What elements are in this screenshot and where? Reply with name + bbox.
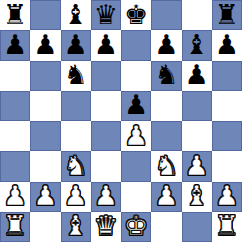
square-f3[interactable]: ♞ [151, 151, 181, 181]
square-e7[interactable] [121, 30, 151, 60]
piece-white-pawn[interactable]: ♟ [185, 152, 209, 179]
square-a2[interactable]: ♟ [0, 182, 30, 212]
square-g2[interactable]: ♝ [182, 182, 212, 212]
square-b4[interactable] [30, 121, 60, 151]
square-d5[interactable] [91, 91, 121, 121]
square-d1[interactable]: ♛ [91, 212, 121, 242]
square-h8[interactable]: ♜ [212, 0, 242, 30]
piece-black-bishop[interactable]: ♝ [64, 1, 88, 28]
square-h6[interactable] [212, 61, 242, 91]
chess-board: ♜♝♛♚♜♟♟♟♟♟♝♟♞♞♟♟♟♞♞♟♟♟♟♟♟♝♟♜♝♛♚♜ [0, 0, 242, 242]
square-h3[interactable] [212, 151, 242, 181]
square-h4[interactable] [212, 121, 242, 151]
square-b8[interactable] [30, 0, 60, 30]
square-a4[interactable] [0, 121, 30, 151]
piece-white-knight[interactable]: ♞ [64, 152, 88, 179]
square-f1[interactable] [151, 212, 181, 242]
square-d2[interactable]: ♟ [91, 182, 121, 212]
piece-white-pawn[interactable]: ♟ [33, 182, 57, 209]
square-b5[interactable] [30, 91, 60, 121]
square-g1[interactable] [182, 212, 212, 242]
square-a5[interactable] [0, 91, 30, 121]
square-e6[interactable] [121, 61, 151, 91]
square-d4[interactable] [91, 121, 121, 151]
square-h1[interactable]: ♜ [212, 212, 242, 242]
square-e4[interactable]: ♟ [121, 121, 151, 151]
piece-white-pawn[interactable]: ♟ [64, 182, 88, 209]
square-d3[interactable] [91, 151, 121, 181]
square-a3[interactable] [0, 151, 30, 181]
square-f4[interactable] [151, 121, 181, 151]
square-c1[interactable]: ♝ [61, 212, 91, 242]
piece-white-bishop[interactable]: ♝ [64, 212, 88, 239]
square-h5[interactable] [212, 91, 242, 121]
square-b3[interactable] [30, 151, 60, 181]
piece-black-knight[interactable]: ♞ [64, 61, 88, 88]
piece-black-rook[interactable]: ♜ [3, 1, 27, 28]
piece-black-pawn[interactable]: ♟ [215, 31, 239, 58]
square-e8[interactable]: ♚ [121, 0, 151, 30]
piece-black-pawn[interactable]: ♟ [33, 31, 57, 58]
square-e3[interactable] [121, 151, 151, 181]
square-c6[interactable]: ♞ [61, 61, 91, 91]
square-c8[interactable]: ♝ [61, 0, 91, 30]
square-g3[interactable]: ♟ [182, 151, 212, 181]
piece-black-pawn[interactable]: ♟ [94, 31, 118, 58]
square-g6[interactable]: ♟ [182, 61, 212, 91]
piece-white-pawn[interactable]: ♟ [154, 182, 178, 209]
square-b1[interactable] [30, 212, 60, 242]
square-g7[interactable]: ♝ [182, 30, 212, 60]
square-b6[interactable] [30, 61, 60, 91]
square-h2[interactable]: ♟ [212, 182, 242, 212]
piece-white-pawn[interactable]: ♟ [124, 122, 148, 149]
piece-white-king[interactable]: ♚ [124, 212, 148, 239]
square-f5[interactable] [151, 91, 181, 121]
square-a1[interactable]: ♜ [0, 212, 30, 242]
piece-black-king[interactable]: ♚ [124, 1, 148, 28]
piece-black-pawn[interactable]: ♟ [185, 61, 209, 88]
square-b2[interactable]: ♟ [30, 182, 60, 212]
piece-white-pawn[interactable]: ♟ [3, 182, 27, 209]
square-b7[interactable]: ♟ [30, 30, 60, 60]
square-a6[interactable] [0, 61, 30, 91]
square-a8[interactable]: ♜ [0, 0, 30, 30]
square-d7[interactable]: ♟ [91, 30, 121, 60]
square-d8[interactable]: ♛ [91, 0, 121, 30]
square-d6[interactable] [91, 61, 121, 91]
square-g5[interactable] [182, 91, 212, 121]
piece-white-pawn[interactable]: ♟ [94, 182, 118, 209]
piece-black-pawn[interactable]: ♟ [124, 91, 148, 118]
piece-black-pawn[interactable]: ♟ [64, 31, 88, 58]
piece-white-bishop[interactable]: ♝ [185, 182, 209, 209]
square-c2[interactable]: ♟ [61, 182, 91, 212]
piece-black-bishop[interactable]: ♝ [185, 31, 209, 58]
square-h7[interactable]: ♟ [212, 30, 242, 60]
piece-white-pawn[interactable]: ♟ [215, 182, 239, 209]
square-c3[interactable]: ♞ [61, 151, 91, 181]
square-f6[interactable]: ♞ [151, 61, 181, 91]
piece-black-pawn[interactable]: ♟ [3, 31, 27, 58]
square-f7[interactable]: ♟ [151, 30, 181, 60]
piece-black-pawn[interactable]: ♟ [154, 31, 178, 58]
square-c4[interactable] [61, 121, 91, 151]
piece-white-queen[interactable]: ♛ [94, 212, 118, 239]
square-e1[interactable]: ♚ [121, 212, 151, 242]
square-f2[interactable]: ♟ [151, 182, 181, 212]
piece-white-knight[interactable]: ♞ [154, 152, 178, 179]
square-g8[interactable] [182, 0, 212, 30]
piece-white-rook[interactable]: ♜ [3, 212, 27, 239]
piece-black-knight[interactable]: ♞ [154, 61, 178, 88]
square-c5[interactable] [61, 91, 91, 121]
piece-white-rook[interactable]: ♜ [215, 212, 239, 239]
square-f8[interactable] [151, 0, 181, 30]
square-a7[interactable]: ♟ [0, 30, 30, 60]
square-g4[interactable] [182, 121, 212, 151]
square-e5[interactable]: ♟ [121, 91, 151, 121]
square-c7[interactable]: ♟ [61, 30, 91, 60]
square-e2[interactable] [121, 182, 151, 212]
piece-black-rook[interactable]: ♜ [215, 1, 239, 28]
piece-black-queen[interactable]: ♛ [94, 1, 118, 28]
